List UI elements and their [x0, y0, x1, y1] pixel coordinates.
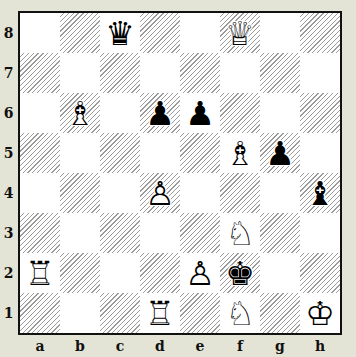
square-e3[interactable]	[180, 213, 220, 253]
square-f8[interactable]: ♛♕	[220, 13, 260, 53]
square-a8[interactable]	[20, 13, 60, 53]
square-d1[interactable]: ♜♖	[140, 293, 180, 333]
file-label-a: a	[20, 337, 60, 356]
square-g3[interactable]	[260, 213, 300, 253]
piece-glyph: ♝	[300, 173, 340, 213]
white-king[interactable]: ♚♔	[300, 293, 340, 333]
square-h5[interactable]	[300, 133, 340, 173]
file-label-d: d	[140, 337, 180, 356]
square-b1[interactable]	[60, 293, 100, 333]
white-rook[interactable]: ♜♖	[140, 293, 180, 333]
square-f1[interactable]: ♞♘	[220, 293, 260, 333]
square-f6[interactable]	[220, 93, 260, 133]
square-e5[interactable]	[180, 133, 220, 173]
chess-diagram: ♛♛♛♕♝♗♟♟♟♟♝♗♟♟♟♙♝♝♞♘♜♖♟♙♚♚♜♖♞♘♚♔ 8765432…	[0, 0, 356, 357]
file-label-g: g	[260, 337, 300, 356]
square-e1[interactable]	[180, 293, 220, 333]
square-d4[interactable]: ♟♙	[140, 173, 180, 213]
black-pawn[interactable]: ♟♟	[180, 93, 220, 133]
white-pawn[interactable]: ♟♙	[180, 253, 220, 293]
square-g4[interactable]	[260, 173, 300, 213]
square-c5[interactable]	[100, 133, 140, 173]
black-bishop[interactable]: ♝♝	[300, 173, 340, 213]
white-knight[interactable]: ♞♘	[220, 213, 260, 253]
piece-glyph: ♟	[260, 133, 300, 173]
piece-glyph: ♘	[220, 293, 260, 333]
square-c1[interactable]	[100, 293, 140, 333]
square-g6[interactable]	[260, 93, 300, 133]
rank-label-3: 3	[0, 213, 17, 253]
square-h2[interactable]	[300, 253, 340, 293]
white-pawn[interactable]: ♟♙	[140, 173, 180, 213]
square-d6[interactable]: ♟♟	[140, 93, 180, 133]
square-a4[interactable]	[20, 173, 60, 213]
piece-glyph: ♛	[100, 13, 140, 53]
square-e4[interactable]	[180, 173, 220, 213]
rank-label-6: 6	[0, 93, 17, 133]
square-b5[interactable]	[60, 133, 100, 173]
square-b6[interactable]: ♝♗	[60, 93, 100, 133]
square-h4[interactable]: ♝♝	[300, 173, 340, 213]
file-label-e: e	[180, 337, 220, 356]
square-e8[interactable]	[180, 13, 220, 53]
piece-glyph: ♙	[140, 173, 180, 213]
square-b4[interactable]	[60, 173, 100, 213]
white-rook[interactable]: ♜♖	[20, 253, 60, 293]
rank-label-4: 4	[0, 173, 17, 213]
black-pawn[interactable]: ♟♟	[260, 133, 300, 173]
square-h8[interactable]	[300, 13, 340, 53]
square-c4[interactable]	[100, 173, 140, 213]
square-f5[interactable]: ♝♗	[220, 133, 260, 173]
rank-label-7: 7	[0, 53, 17, 93]
square-c3[interactable]	[100, 213, 140, 253]
square-b8[interactable]	[60, 13, 100, 53]
rank-label-1: 1	[0, 293, 17, 333]
square-a1[interactable]	[20, 293, 60, 333]
black-king[interactable]: ♚♚	[220, 253, 260, 293]
square-e7[interactable]	[180, 53, 220, 93]
file-label-b: b	[60, 337, 100, 356]
white-queen[interactable]: ♛♕	[220, 13, 260, 53]
white-bishop[interactable]: ♝♗	[60, 93, 100, 133]
file-label-c: c	[100, 337, 140, 356]
piece-glyph: ♔	[300, 293, 340, 333]
square-f2[interactable]: ♚♚	[220, 253, 260, 293]
square-d3[interactable]	[140, 213, 180, 253]
white-knight[interactable]: ♞♘	[220, 293, 260, 333]
piece-glyph: ♟	[180, 93, 220, 133]
square-f7[interactable]	[220, 53, 260, 93]
black-queen[interactable]: ♛♛	[100, 13, 140, 53]
square-e6[interactable]: ♟♟	[180, 93, 220, 133]
square-c2[interactable]	[100, 253, 140, 293]
piece-glyph: ♗	[220, 133, 260, 173]
square-h6[interactable]	[300, 93, 340, 133]
square-c7[interactable]	[100, 53, 140, 93]
square-e2[interactable]: ♟♙	[180, 253, 220, 293]
square-d5[interactable]	[140, 133, 180, 173]
square-a2[interactable]: ♜♖	[20, 253, 60, 293]
square-d2[interactable]	[140, 253, 180, 293]
square-d7[interactable]	[140, 53, 180, 93]
rank-label-5: 5	[0, 133, 17, 173]
square-b3[interactable]	[60, 213, 100, 253]
piece-glyph: ♕	[220, 13, 260, 53]
square-h1[interactable]: ♚♔	[300, 293, 340, 333]
piece-glyph: ♖	[20, 253, 60, 293]
piece-glyph: ♘	[220, 213, 260, 253]
piece-glyph: ♖	[140, 293, 180, 333]
square-c6[interactable]	[100, 93, 140, 133]
file-label-f: f	[220, 337, 260, 356]
square-h7[interactable]	[300, 53, 340, 93]
file-label-h: h	[300, 337, 340, 356]
square-g7[interactable]	[260, 53, 300, 93]
piece-glyph: ♟	[140, 93, 180, 133]
chess-board: ♛♛♛♕♝♗♟♟♟♟♝♗♟♟♟♙♝♝♞♘♜♖♟♙♚♚♜♖♞♘♚♔	[18, 11, 342, 335]
black-pawn[interactable]: ♟♟	[140, 93, 180, 133]
square-f3[interactable]: ♞♘	[220, 213, 260, 253]
square-g5[interactable]: ♟♟	[260, 133, 300, 173]
square-a6[interactable]	[20, 93, 60, 133]
square-g2[interactable]	[260, 253, 300, 293]
square-a7[interactable]	[20, 53, 60, 93]
white-bishop[interactable]: ♝♗	[220, 133, 260, 173]
square-b2[interactable]	[60, 253, 100, 293]
square-c8[interactable]: ♛♛	[100, 13, 140, 53]
square-a5[interactable]	[20, 133, 60, 173]
square-f4[interactable]	[220, 173, 260, 213]
square-d8[interactable]	[140, 13, 180, 53]
rank-label-2: 2	[0, 253, 17, 293]
piece-glyph: ♚	[220, 253, 260, 293]
square-g8[interactable]	[260, 13, 300, 53]
rank-label-8: 8	[0, 13, 17, 53]
piece-glyph: ♙	[180, 253, 220, 293]
piece-glyph: ♗	[60, 93, 100, 133]
square-a3[interactable]	[20, 213, 60, 253]
square-b7[interactable]	[60, 53, 100, 93]
square-h3[interactable]	[300, 213, 340, 253]
square-g1[interactable]	[260, 293, 300, 333]
